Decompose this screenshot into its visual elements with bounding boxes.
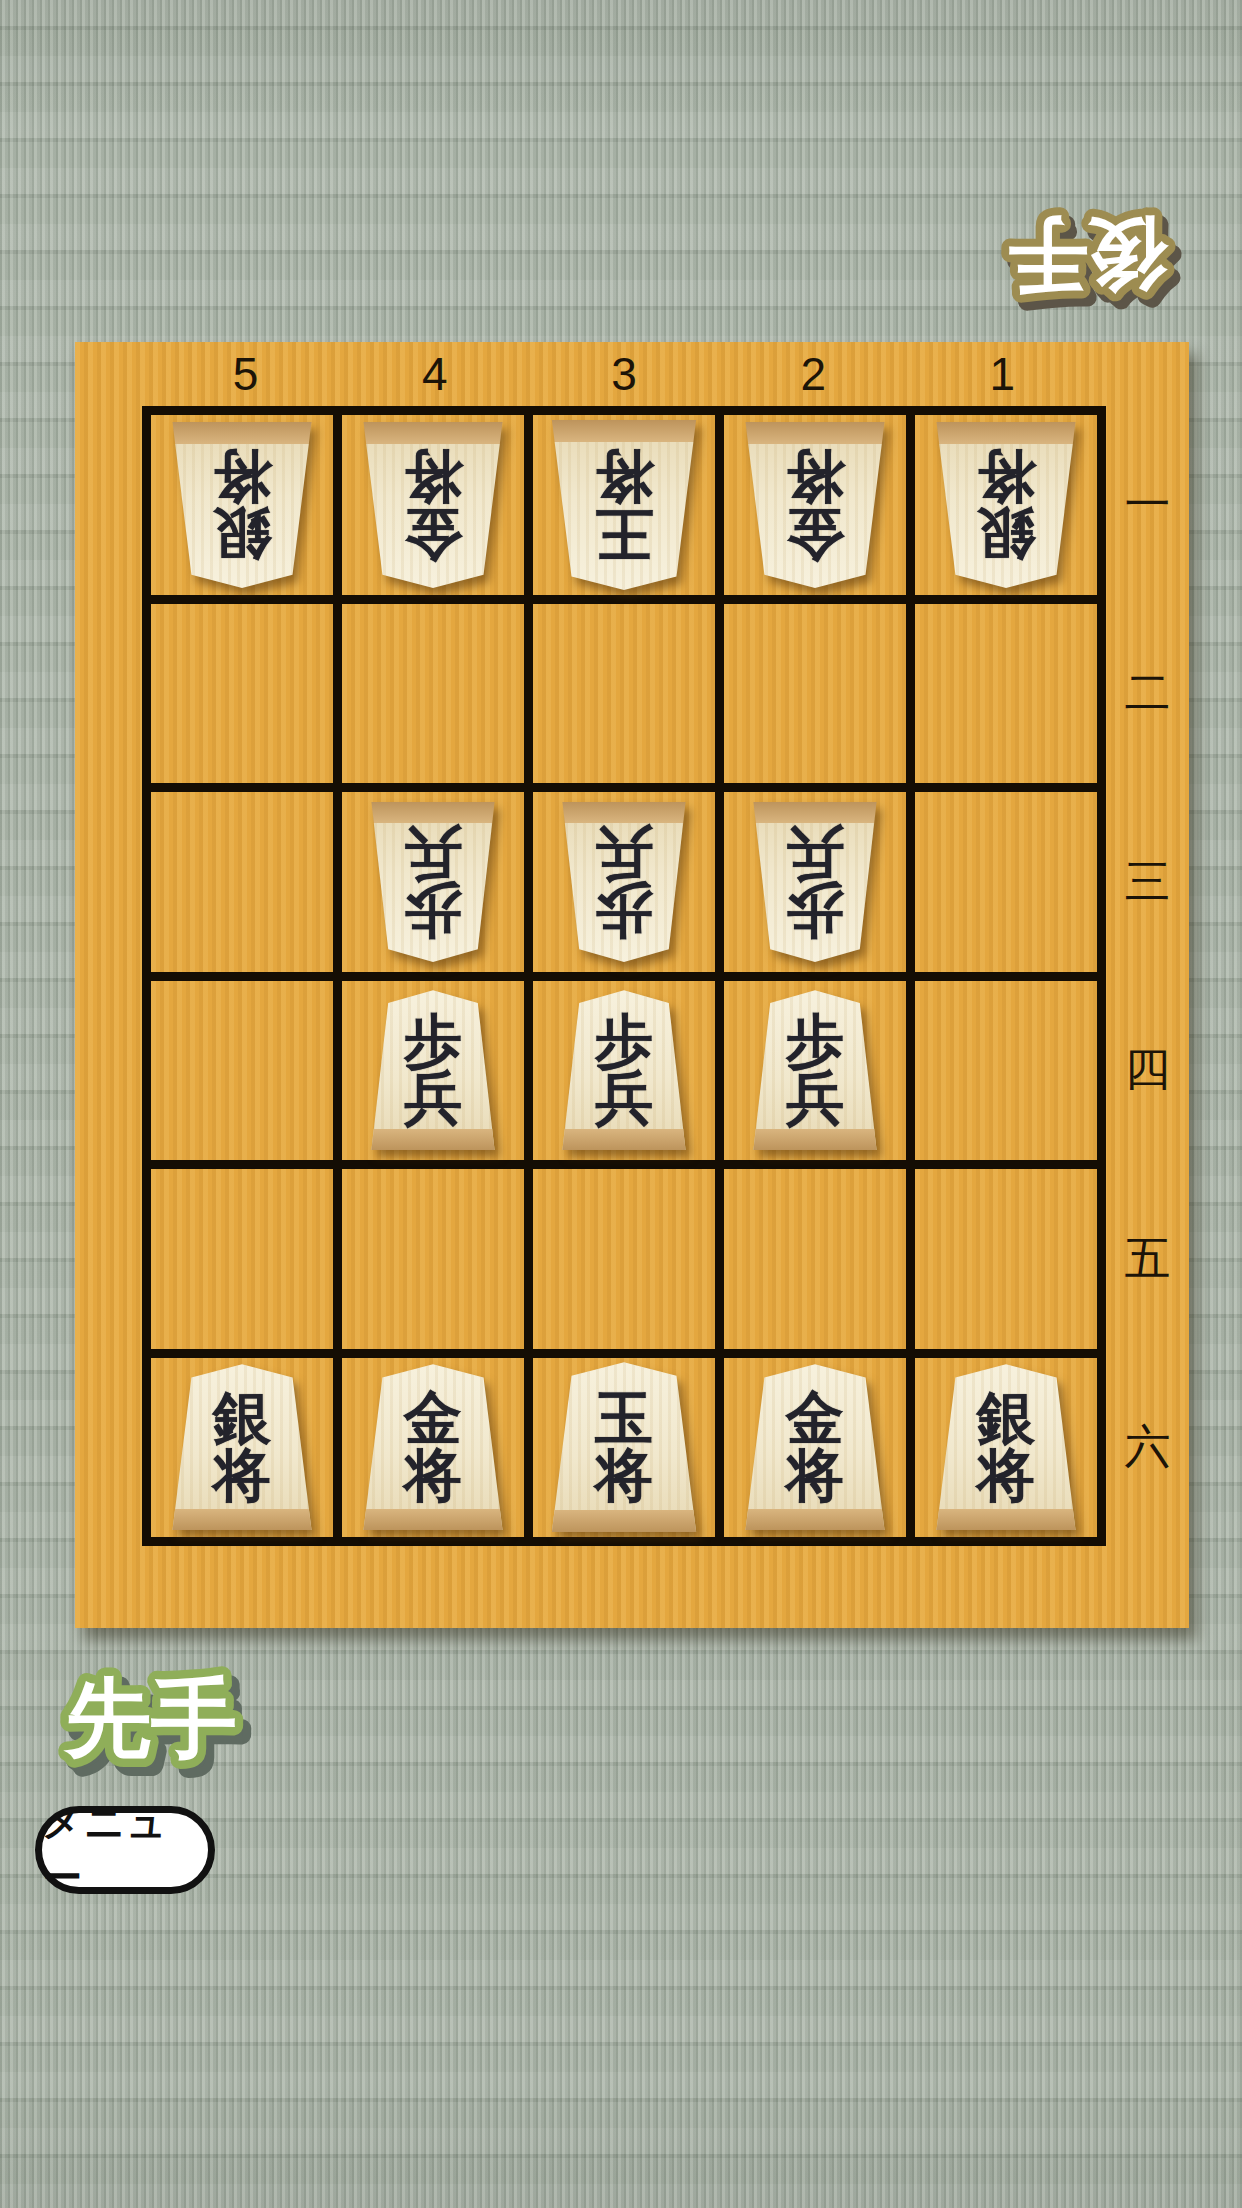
- gote-piece-歩兵[interactable]: 歩兵: [554, 802, 694, 962]
- piece-kanji-char: 銀: [977, 1390, 1035, 1447]
- cell-4六[interactable]: 金将: [342, 1358, 524, 1538]
- piece-body: 歩兵: [554, 802, 694, 962]
- piece-kanji: 銀将: [213, 1390, 271, 1504]
- piece-kanji: 銀将: [977, 1390, 1035, 1504]
- gote-piece-銀将[interactable]: 銀将: [927, 422, 1085, 588]
- gote-piece-歩兵[interactable]: 歩兵: [745, 802, 885, 962]
- row-label-三: 三: [1106, 792, 1189, 972]
- piece-body: 歩兵: [554, 990, 694, 1150]
- cell-2五[interactable]: [724, 1169, 906, 1349]
- row-label-四: 四: [1106, 981, 1189, 1161]
- sente-piece-銀将[interactable]: 銀将: [163, 1364, 321, 1530]
- cell-3四[interactable]: 歩兵: [533, 981, 715, 1161]
- menu-button-label: メニュー: [42, 1795, 208, 1905]
- piece-body: 金将: [736, 422, 894, 588]
- piece-kanji-char: 将: [595, 1447, 653, 1504]
- cell-3六[interactable]: 玉将: [533, 1358, 715, 1538]
- column-label-2: 2: [719, 342, 908, 406]
- cell-3三[interactable]: 歩兵: [533, 792, 715, 972]
- cell-1六[interactable]: 銀将: [915, 1358, 1097, 1538]
- piece-body: 銀将: [927, 1364, 1085, 1530]
- piece-kanji-char: 兵: [786, 825, 844, 882]
- sente-piece-歩兵[interactable]: 歩兵: [554, 990, 694, 1150]
- cell-3五[interactable]: [533, 1169, 715, 1349]
- sente-label: 先手: [63, 1668, 237, 1768]
- cell-1四[interactable]: [915, 981, 1097, 1161]
- piece-kanji: 金将: [786, 448, 844, 562]
- piece-body: 王将: [542, 420, 706, 590]
- cell-4四[interactable]: 歩兵: [342, 981, 524, 1161]
- shogi-board: 54321 一二三四五六 銀将金将王将金将銀将歩兵歩兵歩兵歩兵歩兵歩兵銀将金将玉…: [75, 342, 1189, 1628]
- piece-kanji-char: 将: [595, 448, 653, 505]
- piece-kanji-char: 玉: [595, 1390, 653, 1447]
- piece-kanji-char: 将: [213, 448, 271, 505]
- row-label-五: 五: [1106, 1169, 1189, 1349]
- gote-piece-銀将[interactable]: 銀将: [163, 422, 321, 588]
- piece-kanji-char: 将: [404, 448, 462, 505]
- cell-5二[interactable]: [151, 604, 333, 784]
- column-label-4: 4: [340, 342, 529, 406]
- sente-piece-玉将[interactable]: 玉将: [542, 1362, 706, 1532]
- board-grid: 銀将金将王将金将銀将歩兵歩兵歩兵歩兵歩兵歩兵銀将金将玉将金将銀将: [142, 406, 1106, 1546]
- piece-kanji-char: 歩: [595, 882, 653, 939]
- sente-nameplate-svg: 先手 先手: [28, 1652, 278, 1792]
- cell-3一[interactable]: 王将: [533, 415, 715, 595]
- gote-piece-歩兵[interactable]: 歩兵: [363, 802, 503, 962]
- tatami-background: 後手 後手 54321 一二三四五六 銀将金将王将金将銀将歩兵歩兵歩兵歩兵歩兵歩…: [0, 0, 1242, 2208]
- cell-5四[interactable]: [151, 981, 333, 1161]
- gote-piece-王将[interactable]: 王将: [542, 420, 706, 590]
- piece-kanji: 王将: [595, 448, 653, 562]
- cell-5一[interactable]: 銀将: [151, 415, 333, 595]
- piece-kanji-char: 兵: [786, 1070, 844, 1127]
- piece-kanji-char: 歩: [786, 882, 844, 939]
- piece-kanji-char: 銀: [977, 505, 1035, 562]
- piece-kanji-char: 将: [977, 448, 1035, 505]
- piece-kanji-char: 銀: [213, 505, 271, 562]
- piece-kanji-char: 兵: [404, 1070, 462, 1127]
- piece-body: 歩兵: [745, 802, 885, 962]
- piece-body: 玉将: [542, 1362, 706, 1532]
- cell-2六[interactable]: 金将: [724, 1358, 906, 1538]
- cell-2一[interactable]: 金将: [724, 415, 906, 595]
- piece-kanji: 歩兵: [595, 1013, 653, 1127]
- piece-body: 銀将: [163, 422, 321, 588]
- piece-kanji-char: 王: [595, 505, 653, 562]
- piece-body: 歩兵: [745, 990, 885, 1150]
- piece-body: 金将: [354, 422, 512, 588]
- cell-1三[interactable]: [915, 792, 1097, 972]
- gote-nameplate: 後手 後手: [972, 185, 1202, 319]
- piece-body: 歩兵: [363, 990, 503, 1150]
- cell-4五[interactable]: [342, 1169, 524, 1349]
- piece-kanji-char: 歩: [404, 1013, 462, 1070]
- piece-body: 金将: [354, 1364, 512, 1530]
- piece-kanji: 銀将: [977, 448, 1035, 562]
- piece-kanji-char: 将: [213, 1447, 271, 1504]
- piece-kanji-char: 将: [786, 1447, 844, 1504]
- column-label-3: 3: [529, 342, 718, 406]
- row-labels: 一二三四五六: [1106, 406, 1189, 1546]
- gote-nameplate-svg: 後手 後手: [972, 189, 1202, 319]
- row-label-二: 二: [1106, 604, 1189, 784]
- piece-body: 銀将: [163, 1364, 321, 1530]
- cell-1五[interactable]: [915, 1169, 1097, 1349]
- column-labels: 54321: [142, 342, 1106, 406]
- menu-button[interactable]: メニュー: [35, 1806, 215, 1894]
- piece-kanji-char: 歩: [595, 1013, 653, 1070]
- piece-kanji: 金将: [786, 1390, 844, 1504]
- sente-piece-歩兵[interactable]: 歩兵: [745, 990, 885, 1150]
- column-label-5: 5: [151, 342, 340, 406]
- piece-kanji-char: 兵: [595, 825, 653, 882]
- cell-1一[interactable]: 銀将: [915, 415, 1097, 595]
- piece-kanji-char: 金: [404, 1390, 462, 1447]
- piece-kanji: 歩兵: [786, 1013, 844, 1127]
- piece-kanji-char: 歩: [786, 1013, 844, 1070]
- cell-2三[interactable]: 歩兵: [724, 792, 906, 972]
- cell-5六[interactable]: 銀将: [151, 1358, 333, 1538]
- piece-kanji: 歩兵: [595, 825, 653, 939]
- piece-kanji: 歩兵: [404, 1013, 462, 1127]
- piece-kanji-char: 兵: [595, 1070, 653, 1127]
- sente-piece-金将[interactable]: 金将: [736, 1364, 894, 1530]
- piece-body: 歩兵: [363, 802, 503, 962]
- sente-nameplate: 先手 先手: [28, 1652, 278, 1796]
- sente-piece-歩兵[interactable]: 歩兵: [363, 990, 503, 1150]
- gote-piece-金将[interactable]: 金将: [354, 422, 512, 588]
- piece-kanji-char: 将: [786, 448, 844, 505]
- cell-4二[interactable]: [342, 604, 524, 784]
- piece-kanji-char: 金: [786, 1390, 844, 1447]
- cell-5三[interactable]: [151, 792, 333, 972]
- cell-1二[interactable]: [915, 604, 1097, 784]
- piece-kanji-char: 兵: [404, 825, 462, 882]
- sente-piece-銀将[interactable]: 銀将: [927, 1364, 1085, 1530]
- piece-kanji: 歩兵: [404, 825, 462, 939]
- gote-piece-金将[interactable]: 金将: [736, 422, 894, 588]
- piece-kanji-char: 金: [786, 505, 844, 562]
- piece-body: 金将: [736, 1364, 894, 1530]
- piece-kanji: 玉将: [595, 1390, 653, 1504]
- cell-4三[interactable]: 歩兵: [342, 792, 524, 972]
- row-label-一: 一: [1106, 415, 1189, 595]
- sente-piece-金将[interactable]: 金将: [354, 1364, 512, 1530]
- cell-2四[interactable]: 歩兵: [724, 981, 906, 1161]
- piece-kanji: 銀将: [213, 448, 271, 562]
- piece-kanji: 金将: [404, 1390, 462, 1504]
- piece-kanji: 金将: [404, 448, 462, 562]
- gote-label: 後手: [1007, 208, 1169, 301]
- cell-5五[interactable]: [151, 1169, 333, 1349]
- column-label-1: 1: [908, 342, 1097, 406]
- piece-kanji-char: 歩: [404, 882, 462, 939]
- cell-3二[interactable]: [533, 604, 715, 784]
- piece-kanji-char: 銀: [213, 1390, 271, 1447]
- cell-4一[interactable]: 金将: [342, 415, 524, 595]
- piece-body: 銀将: [927, 422, 1085, 588]
- piece-kanji: 歩兵: [786, 825, 844, 939]
- piece-kanji-char: 将: [977, 1447, 1035, 1504]
- row-label-六: 六: [1106, 1358, 1189, 1538]
- piece-kanji-char: 将: [404, 1447, 462, 1504]
- cell-2二[interactable]: [724, 604, 906, 784]
- piece-kanji-char: 金: [404, 505, 462, 562]
